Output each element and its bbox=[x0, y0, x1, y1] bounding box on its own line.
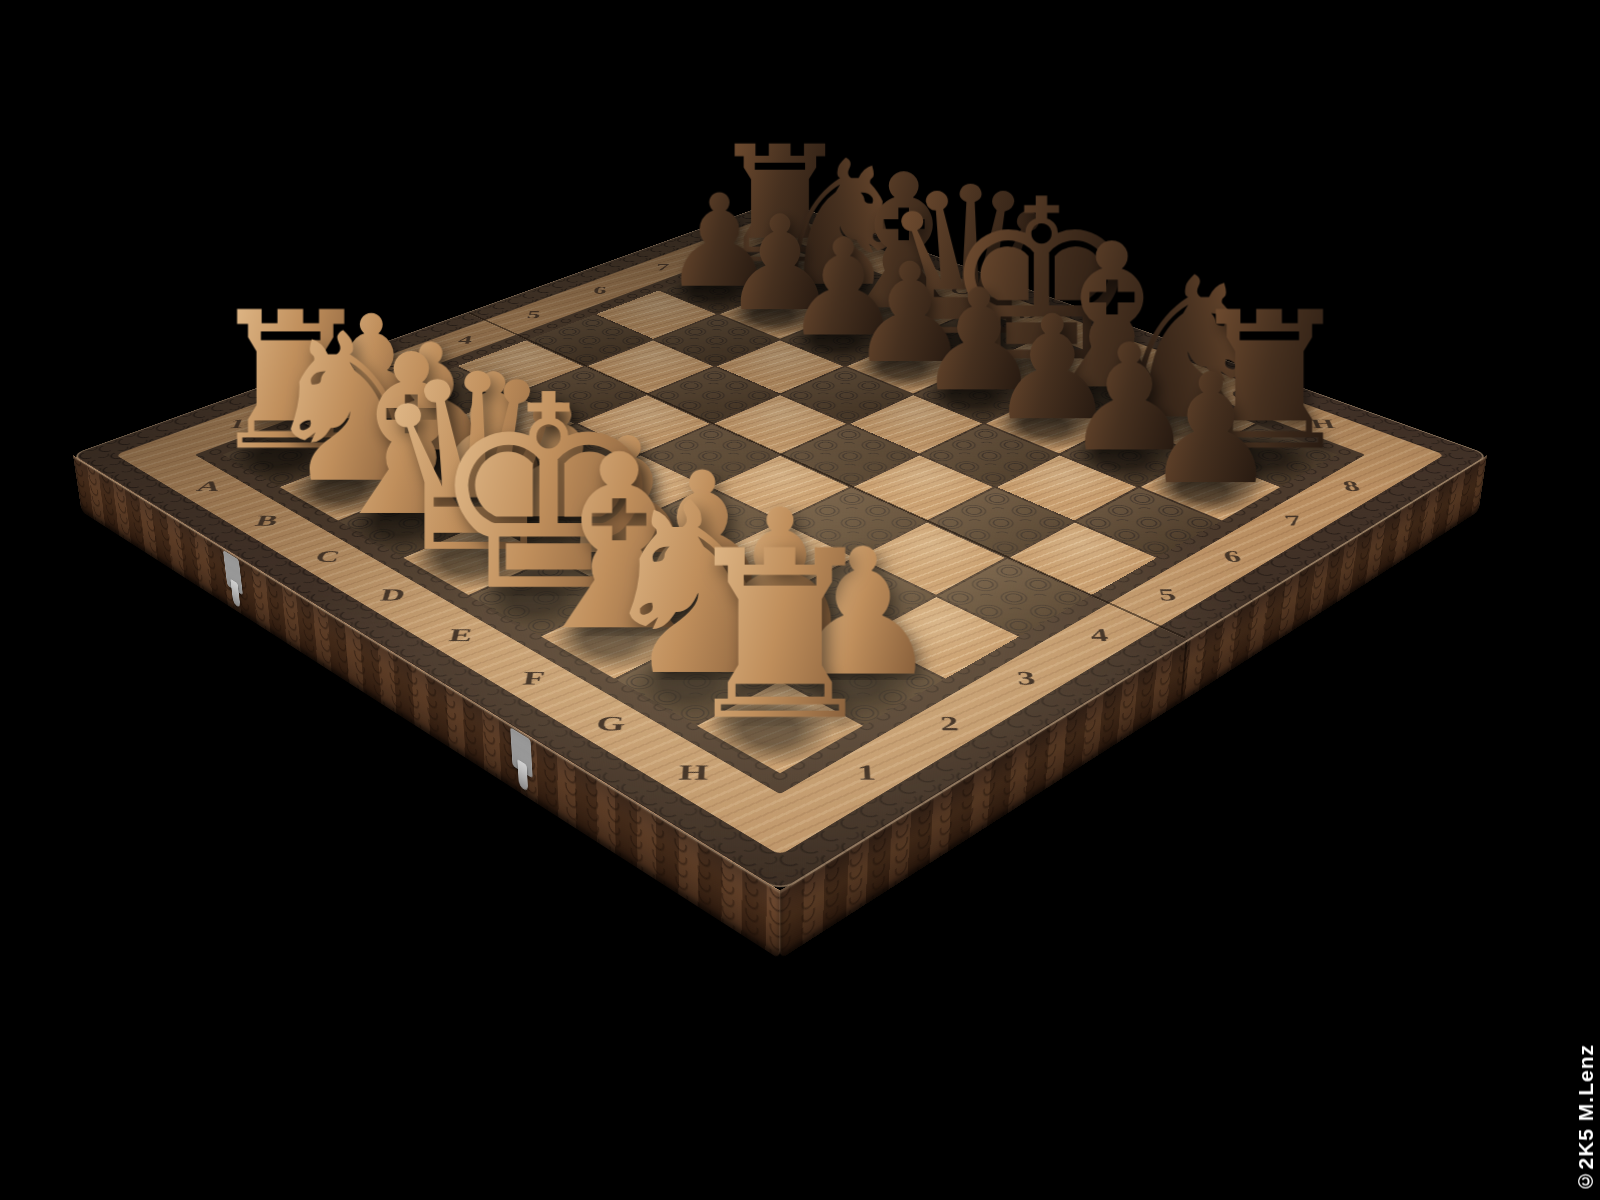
coord-rank-7-right: 7 bbox=[1282, 512, 1305, 529]
square-e6[interactable] bbox=[850, 395, 982, 453]
coord-rank-6-right: 6 bbox=[1221, 548, 1243, 566]
copyright-watermark: ©2K5 M.Lenz bbox=[1574, 1044, 1598, 1194]
coord-file-h-near: H bbox=[678, 760, 709, 785]
black-knight-glyph: ♞ bbox=[763, 137, 918, 310]
coord-file-b-far: B bbox=[888, 262, 906, 273]
piece-shadow bbox=[839, 339, 975, 396]
piece-shadow bbox=[901, 314, 1034, 369]
square-d7[interactable]: ♟ bbox=[847, 340, 973, 393]
black-pawn-glyph: ♟ bbox=[1143, 353, 1279, 505]
piece-shadow bbox=[716, 244, 840, 292]
black-bishop-glyph: ♝ bbox=[820, 150, 987, 336]
piece-black-pawn-d7[interactable]: ♟ bbox=[812, 229, 1007, 366]
render-stage: ♜♞♝♛♚♝♞♜♟♟♟♟♟♟♟♟♟♟♟♟♟♟♟♟♜♞♝♛♚♝♞♜ AABBCCD… bbox=[0, 0, 1600, 1200]
coord-file-a-near: A bbox=[194, 478, 224, 494]
coord-file-c-near: C bbox=[313, 548, 343, 566]
square-c6[interactable] bbox=[717, 340, 843, 393]
piece-black-rook-a8[interactable]: ♜ bbox=[691, 106, 869, 267]
square-b8[interactable]: ♞ bbox=[782, 267, 899, 313]
piece-shadow bbox=[654, 266, 781, 316]
square-c8[interactable]: ♝ bbox=[844, 290, 964, 338]
piece-black-pawn-a7[interactable]: ♟ bbox=[629, 162, 811, 290]
square-d6[interactable] bbox=[782, 367, 911, 423]
piece-shadow bbox=[713, 290, 843, 342]
piece-black-knight-b8[interactable]: ♞ bbox=[750, 117, 932, 290]
square-c7[interactable]: ♟ bbox=[782, 315, 905, 366]
piece-shadow bbox=[775, 266, 902, 316]
chessboard-scene: ♜♞♝♛♚♝♞♜♟♟♟♟♟♟♟♟♟♟♟♟♟♟♟♟♜♞♝♛♚♝♞♜ AABBCCD… bbox=[0, 0, 1600, 1200]
piece-white-rook-h1[interactable]: ♜ bbox=[652, 494, 909, 726]
coord-file-g-near: G bbox=[595, 712, 626, 735]
piece-black-pawn-h7[interactable]: ♟ bbox=[1103, 335, 1319, 487]
coord-rank-8-right: 8 bbox=[1340, 478, 1363, 494]
black-pawn-glyph: ♟ bbox=[721, 199, 838, 330]
coord-rank-3-right: 3 bbox=[1016, 667, 1037, 689]
black-pawn-glyph: ♟ bbox=[662, 177, 777, 305]
coord-rank-8-left: 8 bbox=[716, 240, 729, 251]
coord-rank-7-left: 7 bbox=[656, 262, 670, 273]
piece-black-pawn-b7[interactable]: ♟ bbox=[687, 183, 873, 314]
coord-file-c-far: C bbox=[950, 285, 971, 297]
coord-rank-2-right: 2 bbox=[939, 712, 960, 735]
coord-file-e-near: E bbox=[447, 625, 475, 645]
square-b6[interactable] bbox=[655, 315, 778, 366]
coord-file-a-far: A bbox=[828, 240, 847, 251]
piece-black-bishop-c8[interactable]: ♝ bbox=[811, 128, 997, 314]
coord-rank-1-right: 1 bbox=[857, 760, 877, 785]
piece-shadow bbox=[837, 290, 967, 342]
piece-black-pawn-c7[interactable]: ♟ bbox=[748, 205, 938, 339]
square-b7[interactable]: ♟ bbox=[720, 290, 840, 338]
black-pawn-glyph: ♟ bbox=[783, 221, 903, 355]
coord-rank-5-right: 5 bbox=[1156, 585, 1178, 604]
chessboard: ♜♞♝♛♚♝♞♜♟♟♟♟♟♟♟♟♟♟♟♟♟♟♟♟♜♞♝♛♚♝♞♜ AABBCCD… bbox=[70, 200, 1490, 893]
coord-file-d-near: D bbox=[378, 585, 408, 604]
square-d8[interactable]: ♛ bbox=[909, 315, 1032, 366]
box-fold-seam-side bbox=[1180, 639, 1188, 703]
coord-rank-6-left: 6 bbox=[592, 285, 607, 297]
black-pawn-glyph: ♟ bbox=[848, 245, 971, 382]
coord-file-b-near: B bbox=[253, 512, 281, 529]
coord-rank-4-right: 4 bbox=[1088, 625, 1110, 645]
black-rook-glyph: ♜ bbox=[708, 125, 852, 286]
square-a7[interactable]: ♟ bbox=[661, 267, 778, 313]
square-a8[interactable]: ♜ bbox=[723, 245, 838, 289]
white-rook-glyph: ♜ bbox=[676, 522, 884, 754]
coord-file-f-near: F bbox=[521, 667, 546, 689]
piece-shadow bbox=[775, 314, 908, 369]
